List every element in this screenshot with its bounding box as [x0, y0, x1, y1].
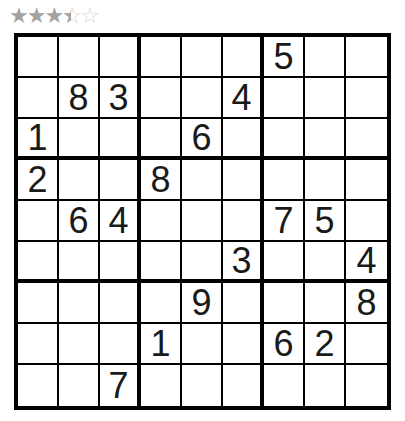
cell-r7c2[interactable] [59, 283, 100, 324]
cell-r1c2[interactable] [59, 37, 100, 78]
star-full-icon: ★ [9, 3, 27, 29]
cell-r8c2[interactable] [59, 324, 100, 365]
cell-r9c1[interactable] [18, 365, 59, 406]
cell-r3c8[interactable] [305, 119, 346, 160]
cell-r3c7[interactable] [264, 119, 305, 160]
cell-r2c4[interactable] [141, 78, 182, 119]
cell-r6c5[interactable] [182, 242, 223, 283]
cell-r2c8[interactable] [305, 78, 346, 119]
cell-r5c4[interactable] [141, 201, 182, 242]
cell-r1c6[interactable] [223, 37, 264, 78]
star-rating: ★★★☆★☆ [9, 3, 98, 29]
cell-r3c3[interactable] [100, 119, 141, 160]
cell-r9c5[interactable] [182, 365, 223, 406]
cell-r7c8[interactable] [305, 283, 346, 324]
cell-r7c9[interactable]: 8 [346, 283, 387, 324]
cell-r2c2[interactable]: 8 [59, 78, 100, 119]
cell-r7c4[interactable] [141, 283, 182, 324]
cell-r2c6[interactable]: 4 [223, 78, 264, 119]
cell-r5c3[interactable]: 4 [100, 201, 141, 242]
cell-r1c5[interactable] [182, 37, 223, 78]
cell-r3c4[interactable] [141, 119, 182, 160]
cell-r6c8[interactable] [305, 242, 346, 283]
cell-r4c1[interactable]: 2 [18, 160, 59, 201]
cell-r8c8[interactable]: 2 [305, 324, 346, 365]
cell-r7c1[interactable] [18, 283, 59, 324]
cell-r5c2[interactable]: 6 [59, 201, 100, 242]
cell-r6c7[interactable] [264, 242, 305, 283]
cell-r6c1[interactable] [18, 242, 59, 283]
cell-r4c9[interactable] [346, 160, 387, 201]
cell-r6c2[interactable] [59, 242, 100, 283]
cell-r7c5[interactable]: 9 [182, 283, 223, 324]
cell-r1c3[interactable] [100, 37, 141, 78]
cell-r3c2[interactable] [59, 119, 100, 160]
star-half-fill: ★ [62, 3, 71, 29]
cell-r3c1[interactable]: 1 [18, 119, 59, 160]
cell-r4c4[interactable]: 8 [141, 160, 182, 201]
cell-r9c3[interactable]: 7 [100, 365, 141, 406]
cell-r1c7[interactable]: 5 [264, 37, 305, 78]
cell-r5c9[interactable] [346, 201, 387, 242]
cell-r8c9[interactable] [346, 324, 387, 365]
cell-r4c8[interactable] [305, 160, 346, 201]
cell-r5c5[interactable] [182, 201, 223, 242]
cell-r2c9[interactable] [346, 78, 387, 119]
star-half-icon: ☆★ [62, 3, 80, 29]
cell-r4c3[interactable] [100, 160, 141, 201]
cell-r6c9[interactable]: 4 [346, 242, 387, 283]
cell-r7c6[interactable] [223, 283, 264, 324]
cell-r4c7[interactable] [264, 160, 305, 201]
cell-r1c4[interactable] [141, 37, 182, 78]
cell-r5c7[interactable]: 7 [264, 201, 305, 242]
cell-r1c9[interactable] [346, 37, 387, 78]
cell-r9c7[interactable] [264, 365, 305, 406]
sudoku-page: ★★★☆★☆ 58341628647534981627 [0, 0, 405, 421]
cell-r4c6[interactable] [223, 160, 264, 201]
cell-r3c9[interactable] [346, 119, 387, 160]
cell-r3c5[interactable]: 6 [182, 119, 223, 160]
cell-r8c6[interactable] [223, 324, 264, 365]
cell-r8c1[interactable] [18, 324, 59, 365]
cell-r9c8[interactable] [305, 365, 346, 406]
cell-r9c6[interactable] [223, 365, 264, 406]
cell-r4c2[interactable] [59, 160, 100, 201]
star-full-icon: ★ [27, 3, 45, 29]
cell-r8c4[interactable]: 1 [141, 324, 182, 365]
star-full-icon: ★ [44, 3, 62, 29]
cell-r5c8[interactable]: 5 [305, 201, 346, 242]
cell-r2c5[interactable] [182, 78, 223, 119]
cell-r6c4[interactable] [141, 242, 182, 283]
cell-r9c9[interactable] [346, 365, 387, 406]
cell-r6c3[interactable] [100, 242, 141, 283]
cell-r4c5[interactable] [182, 160, 223, 201]
cell-r3c6[interactable] [223, 119, 264, 160]
cell-r1c8[interactable] [305, 37, 346, 78]
cell-r8c7[interactable]: 6 [264, 324, 305, 365]
cell-r7c7[interactable] [264, 283, 305, 324]
cell-r5c6[interactable] [223, 201, 264, 242]
cell-r2c1[interactable] [18, 78, 59, 119]
cell-r7c3[interactable] [100, 283, 141, 324]
cell-r9c4[interactable] [141, 365, 182, 406]
star-empty-icon: ☆ [80, 3, 98, 29]
cell-r5c1[interactable] [18, 201, 59, 242]
cell-r8c5[interactable] [182, 324, 223, 365]
cell-r2c7[interactable] [264, 78, 305, 119]
sudoku-board: 58341628647534981627 [14, 33, 391, 410]
cell-r1c1[interactable] [18, 37, 59, 78]
cell-r6c6[interactable]: 3 [223, 242, 264, 283]
cell-r9c2[interactable] [59, 365, 100, 406]
cell-r2c3[interactable]: 3 [100, 78, 141, 119]
cell-r8c3[interactable] [100, 324, 141, 365]
